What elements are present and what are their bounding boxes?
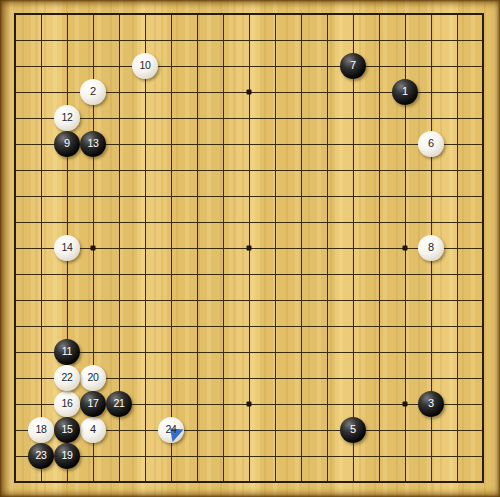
stone-white-6: 6 <box>418 131 444 157</box>
move-number: 2 <box>90 86 96 97</box>
move-number: 9 <box>64 138 70 149</box>
move-number: 8 <box>428 242 434 253</box>
stone-white-10: 10 <box>132 53 158 79</box>
stone-white-16: 16 <box>54 391 80 417</box>
move-number: 16 <box>61 398 72 409</box>
move-number: 1 <box>402 86 408 97</box>
stones-layer: 123456789101112131415161718192021222324 <box>2 1 496 495</box>
stone-white-2: 2 <box>80 79 106 105</box>
stone-white-12: 12 <box>54 105 80 131</box>
move-number: 7 <box>350 60 356 71</box>
stone-white-4: 4 <box>80 417 106 443</box>
stone-black-1: 1 <box>392 79 418 105</box>
stone-white-14: 14 <box>54 235 80 261</box>
stone-white-24: 24 <box>158 417 184 443</box>
stone-black-11: 11 <box>54 339 80 365</box>
move-number: 12 <box>61 112 72 123</box>
move-number: 24 <box>165 424 176 435</box>
stone-white-20: 20 <box>80 365 106 391</box>
stone-white-22: 22 <box>54 365 80 391</box>
move-number: 3 <box>428 398 434 409</box>
move-number: 5 <box>350 424 356 435</box>
stone-black-19: 19 <box>54 443 80 469</box>
move-number: 19 <box>61 450 72 461</box>
stone-black-9: 9 <box>54 131 80 157</box>
stone-white-18: 18 <box>28 417 54 443</box>
stone-black-5: 5 <box>340 417 366 443</box>
move-number: 4 <box>90 424 96 435</box>
move-number: 10 <box>139 60 150 71</box>
stone-black-15: 15 <box>54 417 80 443</box>
move-number: 6 <box>428 138 434 149</box>
stone-black-3: 3 <box>418 391 444 417</box>
stone-black-13: 13 <box>80 131 106 157</box>
go-board[interactable]: 123456789101112131415161718192021222324 <box>0 0 500 497</box>
stone-black-17: 17 <box>80 391 106 417</box>
move-number: 18 <box>35 424 46 435</box>
move-number: 17 <box>87 398 98 409</box>
move-number: 13 <box>87 138 98 149</box>
move-number: 21 <box>113 398 124 409</box>
stone-black-7: 7 <box>340 53 366 79</box>
move-number: 15 <box>61 424 72 435</box>
move-number: 22 <box>61 372 72 383</box>
move-number: 20 <box>87 372 98 383</box>
stone-black-21: 21 <box>106 391 132 417</box>
stone-white-8: 8 <box>418 235 444 261</box>
stone-black-23: 23 <box>28 443 54 469</box>
move-number: 11 <box>62 346 72 357</box>
move-number: 23 <box>35 450 46 461</box>
move-number: 14 <box>61 242 72 253</box>
